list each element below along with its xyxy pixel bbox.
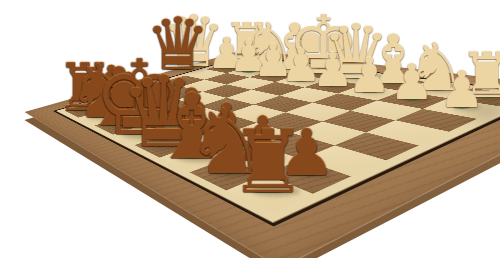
felt-base <box>453 106 470 109</box>
felt-base <box>284 67 306 70</box>
felt-base <box>325 84 341 87</box>
felt-base <box>361 90 377 93</box>
felt-base <box>382 82 405 85</box>
felt-base <box>161 122 179 125</box>
felt-base <box>103 100 120 103</box>
felt-base <box>476 95 497 98</box>
felt-base <box>266 74 281 77</box>
felt-base <box>310 71 337 74</box>
felt-base <box>296 173 318 176</box>
felt-base <box>139 114 157 117</box>
chess-set-product-photo: ♜♞♝♛♚♝♞♜♟♟♟♟♟♟♟♟♟♟♟♟♟♟♟♟♜♞♝♛♚♝♞♜♛♛ <box>0 0 500 258</box>
felt-base <box>177 156 208 159</box>
felt-base <box>219 66 234 69</box>
felt-base <box>252 157 273 160</box>
felt-base <box>186 132 205 135</box>
felt-base <box>120 107 137 110</box>
felt-base <box>165 68 190 71</box>
felt-base <box>343 76 369 79</box>
felt-base <box>211 172 242 175</box>
felt-base <box>425 88 447 91</box>
felt-base <box>74 108 96 111</box>
felt-base <box>403 98 420 101</box>
felt-base <box>122 133 157 136</box>
felt-base <box>216 143 236 146</box>
felt-base <box>88 115 113 118</box>
felt-base <box>241 70 256 73</box>
felt-base <box>253 190 283 193</box>
felt-base <box>105 123 132 126</box>
felt-base <box>238 60 256 63</box>
felt-base <box>293 79 308 82</box>
felt-base <box>147 143 180 146</box>
felt-base <box>260 64 280 67</box>
